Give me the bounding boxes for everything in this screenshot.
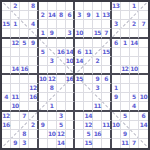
cell-r2c11[interactable]: 1	[93, 11, 102, 20]
cell-r15c6[interactable]: 10	[48, 130, 57, 139]
cell-r11c9[interactable]	[75, 93, 84, 102]
cell-r5c6[interactable]	[48, 39, 57, 48]
cell-r1c12[interactable]	[102, 2, 111, 11]
cell-r14c8[interactable]	[66, 121, 75, 130]
cell-r2c9[interactable]: 3	[75, 11, 84, 20]
cell-r14c3[interactable]	[20, 121, 29, 130]
cell-r4c7[interactable]	[57, 29, 66, 38]
cell-r1c1[interactable]	[2, 2, 11, 11]
cell-r16c16[interactable]	[139, 139, 148, 148]
cell-r5c1[interactable]	[2, 39, 11, 48]
cell-r10c1[interactable]	[2, 84, 11, 93]
cell-r15c12[interactable]	[102, 130, 111, 139]
cell-r7c10[interactable]	[84, 57, 93, 66]
cell-r1c16[interactable]	[139, 2, 148, 11]
cell-r15c13[interactable]	[112, 130, 121, 139]
cell-r15c8[interactable]	[66, 130, 75, 139]
cell-r14c14[interactable]	[121, 121, 130, 130]
cell-r12c6[interactable]: 1	[48, 102, 57, 111]
cell-r2c13[interactable]	[112, 11, 121, 20]
cell-r3c15[interactable]: 2	[130, 20, 139, 29]
cell-r4c12[interactable]: 7	[102, 29, 111, 38]
cell-r5c3[interactable]: 5	[20, 39, 29, 48]
cell-r2c3[interactable]	[20, 11, 29, 20]
cell-r13c10[interactable]: 14	[84, 112, 93, 121]
cell-r10c14[interactable]	[121, 84, 130, 93]
cell-r11c3[interactable]	[20, 93, 29, 102]
cell-r10c16[interactable]	[139, 84, 148, 93]
cell-r10c7[interactable]	[57, 84, 66, 93]
cell-r9c8[interactable]: 16	[66, 75, 75, 84]
cell-r6c6[interactable]	[48, 48, 57, 57]
cell-r8c16[interactable]	[139, 66, 148, 75]
cell-r9c10[interactable]	[84, 75, 93, 84]
cell-r3c16[interactable]: 7	[139, 20, 148, 29]
cell-r8c6[interactable]	[48, 66, 57, 75]
cell-r4c5[interactable]: 1	[39, 29, 48, 38]
cell-r4c16[interactable]	[139, 29, 148, 38]
cell-r5c7[interactable]	[57, 39, 66, 48]
cell-r11c14[interactable]	[121, 93, 130, 102]
cell-r9c2[interactable]	[11, 75, 20, 84]
cell-r2c6[interactable]: 14	[48, 11, 57, 20]
cell-r16c12[interactable]	[102, 139, 111, 148]
cell-r1c14[interactable]	[121, 2, 130, 11]
cell-r4c4[interactable]	[29, 29, 38, 38]
cell-r11c8[interactable]	[66, 93, 75, 102]
cell-r1c2[interactable]: 2	[11, 2, 20, 11]
cell-r13c1[interactable]: 12	[2, 112, 11, 121]
cell-r6c7[interactable]: 16	[57, 48, 66, 57]
cell-r1c10[interactable]	[84, 2, 93, 11]
cell-r13c3[interactable]: 7	[20, 112, 29, 121]
cell-r3c11[interactable]	[93, 20, 102, 29]
cell-r13c16[interactable]: 6	[139, 112, 148, 121]
cell-r2c14[interactable]	[121, 11, 130, 20]
cell-r13c15[interactable]	[130, 112, 139, 121]
cell-r11c13[interactable]: 9	[112, 93, 121, 102]
cell-r13c6[interactable]	[48, 112, 57, 121]
cell-r3c14[interactable]	[121, 20, 130, 29]
cell-r16c8[interactable]	[66, 139, 75, 148]
cell-r15c16[interactable]	[139, 130, 148, 139]
cell-r15c1[interactable]	[2, 130, 11, 139]
cell-r16c5[interactable]	[39, 139, 48, 148]
cell-r16c10[interactable]: 15	[84, 139, 93, 148]
cell-r9c15[interactable]	[130, 75, 139, 84]
cell-r13c14[interactable]: 5	[121, 112, 130, 121]
cell-r1c9[interactable]	[75, 2, 84, 11]
cell-r16c11[interactable]	[93, 139, 102, 148]
cell-r6c4[interactable]	[29, 48, 38, 57]
cell-r10c2[interactable]	[11, 84, 20, 93]
cell-r15c7[interactable]: 12	[57, 130, 66, 139]
cell-r11c2[interactable]: 11	[11, 93, 20, 102]
cell-r12c3[interactable]	[20, 102, 29, 111]
cell-r14c2[interactable]	[11, 121, 20, 130]
cell-r8c15[interactable]: 10	[130, 66, 139, 75]
cell-r3c6[interactable]	[48, 20, 57, 29]
cell-r2c5[interactable]: 2	[39, 11, 48, 20]
cell-r12c7[interactable]	[57, 102, 66, 111]
cell-r4c10[interactable]	[84, 29, 93, 38]
cell-r8c1[interactable]	[2, 66, 11, 75]
cell-r14c9[interactable]	[75, 121, 84, 130]
cell-r1c15[interactable]: 1	[130, 2, 139, 11]
cell-r12c14[interactable]	[121, 102, 130, 111]
cell-r1c6[interactable]	[48, 2, 57, 11]
cell-r14c10[interactable]: 12	[84, 121, 93, 130]
cell-r15c5[interactable]	[39, 130, 48, 139]
cell-r2c4[interactable]	[29, 11, 38, 20]
cell-r12c16[interactable]	[139, 102, 148, 111]
cell-r11c1[interactable]: 4	[2, 93, 11, 102]
cell-r15c14[interactable]: 9	[121, 130, 130, 139]
cell-r3c13[interactable]: 3	[112, 20, 121, 29]
cell-r10c10[interactable]	[84, 84, 93, 93]
cell-r11c5[interactable]	[39, 93, 48, 102]
cell-r8c14[interactable]: 12	[121, 66, 130, 75]
cell-r16c9[interactable]	[75, 139, 84, 148]
cell-r14c11[interactable]	[93, 121, 102, 130]
cell-r7c13[interactable]	[112, 57, 121, 66]
cell-r7c16[interactable]	[139, 57, 148, 66]
cell-r7c8[interactable]: 10	[66, 57, 75, 66]
cell-r16c15[interactable]: 7	[130, 139, 139, 148]
cell-r3c12[interactable]	[102, 20, 111, 29]
cell-r15c2[interactable]	[11, 130, 20, 139]
cell-r13c11[interactable]	[93, 112, 102, 121]
cell-r8c11[interactable]	[93, 66, 102, 75]
cell-r6c11[interactable]	[93, 48, 102, 57]
cell-r2c1[interactable]	[2, 11, 11, 20]
cell-r2c15[interactable]	[130, 11, 139, 20]
cell-r4c3[interactable]	[20, 29, 29, 38]
cell-r3c2[interactable]: 1	[11, 20, 20, 29]
cell-r7c7[interactable]	[57, 57, 66, 66]
cell-r12c13[interactable]	[112, 102, 121, 111]
cell-r8c12[interactable]	[102, 66, 111, 75]
cell-r11c16[interactable]: 10	[139, 93, 148, 102]
cell-r8c9[interactable]	[75, 66, 84, 75]
cell-r12c2[interactable]: 10	[11, 102, 20, 111]
cell-r5c11[interactable]	[93, 39, 102, 48]
cell-r1c13[interactable]: 13	[112, 2, 121, 11]
cell-r5c8[interactable]	[66, 39, 75, 48]
cell-r9c7[interactable]	[57, 75, 66, 84]
cell-r10c13[interactable]: 1	[112, 84, 121, 93]
cell-r5c4[interactable]: 9	[29, 39, 38, 48]
cell-r10c11[interactable]: 3	[93, 84, 102, 93]
cell-r6c10[interactable]: 11	[84, 48, 93, 57]
cell-r8c2[interactable]: 14	[11, 66, 20, 75]
cell-r2c16[interactable]	[139, 11, 148, 20]
cell-r14c12[interactable]: 11	[102, 121, 111, 130]
cell-r4c11[interactable]: 15	[93, 29, 102, 38]
cell-r14c7[interactable]: 5	[57, 121, 66, 130]
cell-r8c5[interactable]	[39, 66, 48, 75]
cell-r10c3[interactable]	[20, 84, 29, 93]
cell-r6c14[interactable]	[121, 48, 130, 57]
cell-r12c9[interactable]	[75, 102, 84, 111]
cell-r12c5[interactable]	[39, 102, 48, 111]
cell-r12c12[interactable]	[102, 102, 111, 111]
cell-r13c5[interactable]	[39, 112, 48, 121]
cell-r6c8[interactable]: 14	[66, 48, 75, 57]
cell-r14c5[interactable]: 9	[39, 121, 48, 130]
cell-r11c4[interactable]: 16	[29, 93, 38, 102]
cell-r10c6[interactable]: 8	[48, 84, 57, 93]
cell-r15c10[interactable]: 5	[84, 130, 93, 139]
cell-r10c4[interactable]: 12	[29, 84, 38, 93]
cell-r9c16[interactable]	[139, 75, 148, 84]
cell-r4c8[interactable]: 3	[66, 29, 75, 38]
cell-r2c7[interactable]: 8	[57, 11, 66, 20]
cell-r3c5[interactable]	[39, 20, 48, 29]
cell-r12c1[interactable]	[2, 102, 11, 111]
cell-r7c1[interactable]	[2, 57, 11, 66]
cell-r13c2[interactable]	[11, 112, 20, 121]
cell-r12c15[interactable]: 4	[130, 102, 139, 111]
cell-r15c15[interactable]	[130, 130, 139, 139]
cell-r15c11[interactable]: 16	[93, 130, 102, 139]
cell-r13c8[interactable]	[66, 112, 75, 121]
cell-r9c1[interactable]	[2, 75, 11, 84]
cell-r7c12[interactable]	[102, 57, 111, 66]
cell-r11c7[interactable]	[57, 93, 66, 102]
cell-r6c15[interactable]	[130, 48, 139, 57]
cell-r7c4[interactable]	[29, 57, 38, 66]
cell-r1c5[interactable]	[39, 2, 48, 11]
cell-r2c10[interactable]: 9	[84, 11, 93, 20]
cell-r2c2[interactable]	[11, 11, 20, 20]
cell-r4c15[interactable]	[130, 29, 139, 38]
cell-r6c3[interactable]	[20, 48, 29, 57]
cell-r11c15[interactable]: 5	[130, 93, 139, 102]
cell-r10c9[interactable]	[75, 84, 84, 93]
cell-r9c6[interactable]: 12	[48, 75, 57, 84]
cell-r4c1[interactable]	[2, 29, 11, 38]
cell-r3c9[interactable]	[75, 20, 84, 29]
cell-r1c7[interactable]	[57, 2, 66, 11]
cell-r8c3[interactable]: 16	[20, 66, 29, 75]
cell-r6c16[interactable]	[139, 48, 148, 57]
cell-r12c4[interactable]	[29, 102, 38, 111]
cell-r13c4[interactable]	[29, 112, 38, 121]
cell-r4c9[interactable]: 10	[75, 29, 84, 38]
cell-r13c13[interactable]	[112, 112, 121, 121]
cell-r16c13[interactable]	[112, 139, 121, 148]
cell-r12c8[interactable]	[66, 102, 75, 111]
cell-r5c13[interactable]: 6	[112, 39, 121, 48]
cell-r14c13[interactable]: 10	[112, 121, 121, 130]
cell-r8c8[interactable]	[66, 66, 75, 75]
cell-r4c14[interactable]	[121, 29, 130, 38]
cell-r3c1[interactable]: 15	[2, 20, 11, 29]
cell-r16c14[interactable]: 11	[121, 139, 130, 148]
cell-r11c11[interactable]	[93, 93, 102, 102]
cell-r8c7[interactable]	[57, 66, 66, 75]
cell-r13c12[interactable]	[102, 112, 111, 121]
cell-r14c15[interactable]	[130, 121, 139, 130]
cell-r8c4[interactable]	[29, 66, 38, 75]
cell-r1c8[interactable]	[66, 2, 75, 11]
cell-r4c2[interactable]	[11, 29, 20, 38]
cell-r14c1[interactable]: 16	[2, 121, 11, 130]
cell-r8c10[interactable]	[84, 66, 93, 75]
cell-r9c9[interactable]: 15	[75, 75, 84, 84]
cell-r11c12[interactable]	[102, 93, 111, 102]
cell-r9c3[interactable]	[20, 75, 29, 84]
cell-r13c7[interactable]: 3	[57, 112, 66, 121]
cell-r15c9[interactable]	[75, 130, 84, 139]
cell-r2c12[interactable]: 13	[102, 11, 111, 20]
cell-r14c6[interactable]	[48, 121, 57, 130]
cell-r1c11[interactable]	[93, 2, 102, 11]
cell-r9c11[interactable]: 9	[93, 75, 102, 84]
cell-r16c7[interactable]: 14	[57, 139, 66, 148]
cell-r16c3[interactable]: 3	[20, 139, 29, 148]
cell-r2c8[interactable]: 6	[66, 11, 75, 20]
cell-r16c2[interactable]: 9	[11, 139, 20, 148]
cell-r3c4[interactable]: 4	[29, 20, 38, 29]
cell-r9c12[interactable]: 6	[102, 75, 111, 84]
cell-r5c14[interactable]: 1	[121, 39, 130, 48]
cell-r5c12[interactable]	[102, 39, 111, 48]
cell-r8c13[interactable]	[112, 66, 121, 75]
cell-r5c9[interactable]	[75, 39, 84, 48]
cell-r10c5[interactable]	[39, 84, 48, 93]
cell-r13c9[interactable]	[75, 112, 84, 121]
cell-r6c13[interactable]	[112, 48, 121, 57]
cell-r7c11[interactable]: 2	[93, 57, 102, 66]
cell-r1c4[interactable]: 8	[29, 2, 38, 11]
cell-r16c6[interactable]	[48, 139, 57, 148]
cell-r4c13[interactable]	[112, 29, 121, 38]
cell-r16c1[interactable]	[2, 139, 11, 148]
sudoku-x-16x16-board: 2813121486391131514327193101571259611451…	[0, 0, 150, 150]
cell-r15c4[interactable]	[29, 130, 38, 139]
cell-r10c8[interactable]	[66, 84, 75, 93]
cell-r14c4[interactable]: 2	[29, 121, 38, 130]
cell-r5c16[interactable]	[139, 39, 148, 48]
cell-r6c2[interactable]	[11, 48, 20, 57]
cell-r3c10[interactable]	[84, 20, 93, 29]
cell-r7c9[interactable]: 14	[75, 57, 84, 66]
cell-r7c6[interactable]: 3	[48, 57, 57, 66]
cell-r9c4[interactable]	[29, 75, 38, 84]
cell-r3c8[interactable]	[66, 20, 75, 29]
cell-r15c3[interactable]: 8	[20, 130, 29, 139]
cell-r5c5[interactable]	[39, 39, 48, 48]
cell-r12c10[interactable]	[84, 102, 93, 111]
cell-r10c15[interactable]	[130, 84, 139, 93]
cell-r9c13[interactable]	[112, 75, 121, 84]
cell-r11c10[interactable]	[84, 93, 93, 102]
cell-r5c15[interactable]: 14	[130, 39, 139, 48]
cell-r6c5[interactable]: 5	[39, 48, 48, 57]
cell-r3c7[interactable]	[57, 20, 66, 29]
cell-r6c1[interactable]	[2, 48, 11, 57]
cell-r9c14[interactable]	[121, 75, 130, 84]
cell-r16c4[interactable]	[29, 139, 38, 148]
cell-r10c12[interactable]	[102, 84, 111, 93]
cell-r12c11[interactable]: 11	[93, 102, 102, 111]
cell-r14c16[interactable]: 14	[139, 121, 148, 130]
sudoku-x-board-wrap: 2813121486391131514327193101571259611451…	[0, 0, 150, 150]
cell-r7c5[interactable]	[39, 57, 48, 66]
cell-r4c6[interactable]: 9	[48, 29, 57, 38]
cell-r6c12[interactable]: 15	[102, 48, 111, 57]
cell-r6c9[interactable]: 6	[75, 48, 84, 57]
cell-r5c2[interactable]: 12	[11, 39, 20, 48]
cell-r11c6[interactable]	[48, 93, 57, 102]
cell-r3c3[interactable]	[20, 20, 29, 29]
cell-r1c3[interactable]	[20, 2, 29, 11]
cell-r5c10[interactable]	[84, 39, 93, 48]
cell-r9c5[interactable]: 10	[39, 75, 48, 84]
